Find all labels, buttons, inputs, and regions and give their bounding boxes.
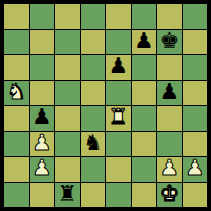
square-a1[interactable] [4,183,29,208]
piece-black-knight[interactable]: ♞ [83,132,103,154]
square-f3[interactable] [132,132,157,157]
square-h8[interactable] [183,4,208,29]
square-h6[interactable] [183,55,208,80]
square-b8[interactable] [30,4,55,29]
square-d8[interactable] [81,4,106,29]
square-b1[interactable] [30,183,55,208]
square-e2[interactable] [106,157,131,182]
square-a4[interactable] [4,106,29,131]
square-g6[interactable] [157,55,182,80]
square-b3[interactable]: ♟ [30,132,55,157]
square-h4[interactable] [183,106,208,131]
square-a7[interactable] [4,30,29,55]
square-b7[interactable] [30,30,55,55]
square-d7[interactable] [81,30,106,55]
square-h5[interactable] [183,81,208,106]
square-a8[interactable] [4,4,29,29]
square-f8[interactable] [132,4,157,29]
square-a3[interactable] [4,132,29,157]
square-c1[interactable]: ♜ [55,183,80,208]
square-g8[interactable] [157,4,182,29]
square-c3[interactable] [55,132,80,157]
square-a2[interactable] [4,157,29,182]
square-b2[interactable]: ♟ [30,157,55,182]
square-f2[interactable] [132,157,157,182]
square-c6[interactable] [55,55,80,80]
square-b5[interactable] [30,81,55,106]
square-h3[interactable] [183,132,208,157]
square-c4[interactable] [55,106,80,131]
square-c7[interactable] [55,30,80,55]
piece-black-pawn[interactable]: ♟ [134,30,154,52]
square-f1[interactable] [132,183,157,208]
piece-black-pawn[interactable]: ♟ [108,55,128,77]
square-g5[interactable]: ♟ [157,81,182,106]
piece-white-rook[interactable]: ♜ [108,106,128,128]
square-e8[interactable] [106,4,131,29]
square-a5[interactable]: ♞ [4,81,29,106]
piece-white-pawn[interactable]: ♟ [32,132,52,154]
square-g1[interactable]: ♚ [157,183,182,208]
square-f5[interactable] [132,81,157,106]
square-e3[interactable] [106,132,131,157]
square-d4[interactable] [81,106,106,131]
square-d3[interactable]: ♞ [81,132,106,157]
square-c2[interactable] [55,157,80,182]
square-a6[interactable] [4,55,29,80]
piece-black-king[interactable]: ♚ [159,30,179,52]
square-h2[interactable]: ♟ [183,157,208,182]
square-e7[interactable] [106,30,131,55]
square-d2[interactable] [81,157,106,182]
square-g2[interactable]: ♟ [157,157,182,182]
square-c8[interactable] [55,4,80,29]
square-d5[interactable] [81,81,106,106]
square-h1[interactable] [183,183,208,208]
square-e1[interactable] [106,183,131,208]
square-f6[interactable] [132,55,157,80]
square-e6[interactable]: ♟ [106,55,131,80]
square-g3[interactable] [157,132,182,157]
piece-black-pawn[interactable]: ♟ [159,81,179,103]
square-g4[interactable] [157,106,182,131]
piece-white-king[interactable]: ♚ [159,183,179,205]
piece-white-pawn[interactable]: ♟ [32,157,52,179]
piece-white-pawn[interactable]: ♟ [185,157,205,179]
square-b4[interactable]: ♟ [30,106,55,131]
square-f4[interactable] [132,106,157,131]
square-f7[interactable]: ♟ [132,30,157,55]
piece-black-rook[interactable]: ♜ [57,183,77,205]
square-h7[interactable] [183,30,208,55]
square-c5[interactable] [55,81,80,106]
chess-board: ♟♚♟♞♟♟♜♟♞♟♟♟♜♚ [0,0,211,211]
square-d6[interactable] [81,55,106,80]
piece-white-knight[interactable]: ♞ [6,81,26,103]
piece-black-pawn[interactable]: ♟ [32,106,52,128]
piece-white-pawn[interactable]: ♟ [159,157,179,179]
square-b6[interactable] [30,55,55,80]
square-e5[interactable] [106,81,131,106]
square-e4[interactable]: ♜ [106,106,131,131]
square-d1[interactable] [81,183,106,208]
square-g7[interactable]: ♚ [157,30,182,55]
